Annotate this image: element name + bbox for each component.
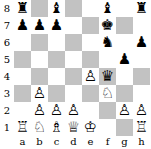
square-b5[interactable] bbox=[31, 51, 48, 68]
square-e6[interactable] bbox=[82, 34, 99, 51]
square-e4[interactable]: ♙ bbox=[82, 68, 99, 85]
black-rook-a8: ♜ bbox=[16, 0, 29, 17]
black-rook-h8: ♜ bbox=[135, 0, 148, 17]
square-g8[interactable] bbox=[116, 0, 133, 17]
black-king-f7: ♚ bbox=[101, 17, 114, 34]
square-g1[interactable] bbox=[116, 119, 133, 136]
square-a7[interactable]: ♟ bbox=[14, 17, 31, 34]
square-g7[interactable] bbox=[116, 17, 133, 34]
black-knight-f6: ♞ bbox=[101, 34, 114, 51]
square-g4[interactable] bbox=[116, 68, 133, 85]
square-h1[interactable]: ♖ bbox=[133, 119, 150, 136]
square-d5[interactable] bbox=[65, 51, 82, 68]
square-c5[interactable] bbox=[48, 51, 65, 68]
rank-label-8: 8 bbox=[0, 0, 14, 17]
square-a5[interactable] bbox=[14, 51, 31, 68]
white-pawn-b2: ♙ bbox=[33, 102, 46, 119]
square-d4[interactable] bbox=[65, 68, 82, 85]
square-d7[interactable] bbox=[65, 17, 82, 34]
square-h3[interactable] bbox=[133, 85, 150, 102]
black-bishop-f8: ♝ bbox=[101, 0, 114, 17]
square-a1[interactable]: ♖ bbox=[14, 119, 31, 136]
chess-board: 8♜♝♝♜7♟♟♟♚6♞♟5♟4♙♛3♙♘2♙♙♙♙♙1♖♘♗♕♔♖abcdef… bbox=[0, 0, 151, 149]
square-f3[interactable]: ♘ bbox=[99, 85, 116, 102]
white-rook-a1: ♖ bbox=[16, 119, 29, 136]
chess-diagram: 8♜♝♝♜7♟♟♟♚6♞♟5♟4♙♛3♙♘2♙♙♙♙♙1♖♘♗♕♔♖abcdef… bbox=[0, 0, 151, 149]
square-e2[interactable] bbox=[82, 102, 99, 119]
square-c1[interactable]: ♗ bbox=[48, 119, 65, 136]
square-e7[interactable] bbox=[82, 17, 99, 34]
square-c7[interactable]: ♟ bbox=[48, 17, 65, 34]
square-h8[interactable]: ♜ bbox=[133, 0, 150, 17]
black-pawn-g5: ♟ bbox=[118, 51, 131, 68]
file-label-c: c bbox=[48, 136, 65, 149]
square-f7[interactable]: ♚ bbox=[99, 17, 116, 34]
rank-label-2: 2 bbox=[0, 102, 14, 119]
square-b8[interactable] bbox=[31, 0, 48, 17]
white-pawn-h2: ♙ bbox=[135, 102, 148, 119]
square-f6[interactable]: ♞ bbox=[99, 34, 116, 51]
square-e3[interactable] bbox=[82, 85, 99, 102]
rank-label-6: 6 bbox=[0, 34, 14, 51]
square-d8[interactable] bbox=[65, 0, 82, 17]
square-d1[interactable]: ♕ bbox=[65, 119, 82, 136]
square-h2[interactable]: ♙ bbox=[133, 102, 150, 119]
square-f5[interactable] bbox=[99, 51, 116, 68]
square-c2[interactable]: ♙ bbox=[48, 102, 65, 119]
square-c4[interactable] bbox=[48, 68, 65, 85]
white-pawn-g2: ♙ bbox=[118, 102, 131, 119]
square-b1[interactable]: ♘ bbox=[31, 119, 48, 136]
white-king-e1: ♔ bbox=[84, 119, 97, 136]
square-a3[interactable] bbox=[14, 85, 31, 102]
board-corner-spacer bbox=[0, 136, 14, 149]
black-pawn-c7: ♟ bbox=[50, 17, 63, 34]
square-b2[interactable]: ♙ bbox=[31, 102, 48, 119]
square-b4[interactable] bbox=[31, 68, 48, 85]
file-label-g: g bbox=[116, 136, 133, 149]
white-knight-b1: ♘ bbox=[33, 119, 46, 136]
rank-label-7: 7 bbox=[0, 17, 14, 34]
square-f8[interactable]: ♝ bbox=[99, 0, 116, 17]
square-h5[interactable] bbox=[133, 51, 150, 68]
file-label-b: b bbox=[31, 136, 48, 149]
black-bishop-c8: ♝ bbox=[50, 0, 63, 17]
rank-label-4: 4 bbox=[0, 68, 14, 85]
rank-label-3: 3 bbox=[0, 85, 14, 102]
square-a8[interactable]: ♜ bbox=[14, 0, 31, 17]
file-label-d: d bbox=[65, 136, 82, 149]
square-c8[interactable]: ♝ bbox=[48, 0, 65, 17]
square-h7[interactable] bbox=[133, 17, 150, 34]
square-e1[interactable]: ♔ bbox=[82, 119, 99, 136]
black-queen-f4: ♛ bbox=[101, 68, 114, 85]
square-d6[interactable] bbox=[65, 34, 82, 51]
file-label-a: a bbox=[14, 136, 31, 149]
square-f1[interactable] bbox=[99, 119, 116, 136]
white-pawn-c2: ♙ bbox=[50, 102, 63, 119]
square-f4[interactable]: ♛ bbox=[99, 68, 116, 85]
square-b7[interactable]: ♟ bbox=[31, 17, 48, 34]
white-pawn-e4: ♙ bbox=[84, 68, 97, 85]
square-e5[interactable] bbox=[82, 51, 99, 68]
square-c3[interactable] bbox=[48, 85, 65, 102]
square-d2[interactable]: ♙ bbox=[65, 102, 82, 119]
square-a6[interactable] bbox=[14, 34, 31, 51]
white-knight-f3: ♘ bbox=[101, 85, 114, 102]
rank-label-5: 5 bbox=[0, 51, 14, 68]
square-e8[interactable] bbox=[82, 0, 99, 17]
white-pawn-d2: ♙ bbox=[67, 102, 80, 119]
square-h6[interactable]: ♟ bbox=[133, 34, 150, 51]
square-f2[interactable] bbox=[99, 102, 116, 119]
white-bishop-c1: ♗ bbox=[50, 119, 63, 136]
square-c6[interactable] bbox=[48, 34, 65, 51]
black-pawn-b7: ♟ bbox=[33, 17, 46, 34]
black-pawn-a7: ♟ bbox=[16, 17, 29, 34]
square-b3[interactable]: ♙ bbox=[31, 85, 48, 102]
square-a2[interactable] bbox=[14, 102, 31, 119]
file-label-f: f bbox=[99, 136, 116, 149]
white-pawn-b3: ♙ bbox=[33, 85, 46, 102]
square-h4[interactable] bbox=[133, 68, 150, 85]
rank-label-1: 1 bbox=[0, 119, 14, 136]
square-g2[interactable]: ♙ bbox=[116, 102, 133, 119]
white-queen-d1: ♕ bbox=[67, 119, 80, 136]
black-pawn-h6: ♟ bbox=[135, 34, 148, 51]
square-a4[interactable] bbox=[14, 68, 31, 85]
square-b6[interactable] bbox=[31, 34, 48, 51]
square-g3[interactable] bbox=[116, 85, 133, 102]
square-g6[interactable] bbox=[116, 34, 133, 51]
file-label-h: h bbox=[133, 136, 150, 149]
square-d3[interactable] bbox=[65, 85, 82, 102]
file-label-e: e bbox=[82, 136, 99, 149]
white-rook-h1: ♖ bbox=[135, 119, 148, 136]
square-g5[interactable]: ♟ bbox=[116, 51, 133, 68]
